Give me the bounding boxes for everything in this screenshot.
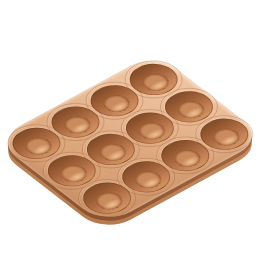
- muffin-pan: [0, 52, 260, 225]
- product-photo-scene: [0, 0, 260, 280]
- muffin-cups-grid: [0, 55, 260, 223]
